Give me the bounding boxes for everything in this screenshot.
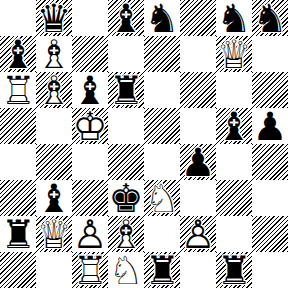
- black-pawn-glyph: ♟: [252, 108, 288, 144]
- piece-black-knight[interactable]: ♞: [144, 0, 180, 36]
- square-d5[interactable]: [108, 108, 144, 144]
- square-d2[interactable]: ♝♗: [108, 216, 144, 252]
- white-knight-outline: ♘: [144, 180, 180, 216]
- square-g8[interactable]: ♞: [216, 0, 252, 36]
- piece-black-bishop[interactable]: ♝: [36, 180, 72, 216]
- white-knight-outline: ♘: [108, 252, 144, 288]
- black-bishop-glyph: ♝: [36, 180, 72, 216]
- square-b1[interactable]: [36, 252, 72, 288]
- square-g3[interactable]: [216, 180, 252, 216]
- piece-white-bishop[interactable]: ♝♗: [36, 72, 72, 108]
- square-c1[interactable]: ♜♖: [72, 252, 108, 288]
- piece-black-rook[interactable]: ♜: [108, 72, 144, 108]
- square-h7[interactable]: [252, 36, 288, 72]
- square-f1[interactable]: [180, 252, 216, 288]
- black-rook-glyph: ♜: [144, 252, 180, 288]
- white-bishop-outline: ♗: [36, 72, 72, 108]
- piece-white-rook[interactable]: ♜♖: [72, 252, 108, 288]
- square-d8[interactable]: ♝: [108, 0, 144, 36]
- square-f6[interactable]: [180, 72, 216, 108]
- square-b5[interactable]: [36, 108, 72, 144]
- square-e1[interactable]: ♜: [144, 252, 180, 288]
- square-g5[interactable]: ♝: [216, 108, 252, 144]
- square-h6[interactable]: [252, 72, 288, 108]
- piece-white-bishop[interactable]: ♝♗: [108, 216, 144, 252]
- square-f4[interactable]: ♟: [180, 144, 216, 180]
- white-pawn-outline: ♙: [72, 216, 108, 252]
- black-rook-glyph: ♜: [0, 216, 36, 252]
- square-h2[interactable]: [252, 216, 288, 252]
- black-knight-glyph: ♞: [216, 0, 252, 36]
- square-f2[interactable]: ♟♙: [180, 216, 216, 252]
- square-a5[interactable]: [0, 108, 36, 144]
- square-f5[interactable]: [180, 108, 216, 144]
- black-bishop-glyph: ♝: [216, 108, 252, 144]
- square-b4[interactable]: [36, 144, 72, 180]
- square-b3[interactable]: ♝: [36, 180, 72, 216]
- piece-black-pawn[interactable]: ♟: [252, 108, 288, 144]
- square-g7[interactable]: ♛♕: [216, 36, 252, 72]
- square-e3[interactable]: ♞♘: [144, 180, 180, 216]
- piece-black-pawn[interactable]: ♟: [180, 144, 216, 180]
- square-d1[interactable]: ♞♘: [108, 252, 144, 288]
- white-bishop-outline: ♗: [36, 36, 72, 72]
- white-queen-outline: ♕: [36, 216, 72, 252]
- square-g1[interactable]: ♜: [216, 252, 252, 288]
- black-pawn-glyph: ♟: [180, 144, 216, 180]
- square-d6[interactable]: ♜: [108, 72, 144, 108]
- square-a8[interactable]: [0, 0, 36, 36]
- square-b8[interactable]: ♛: [36, 0, 72, 36]
- white-pawn-outline: ♙: [180, 216, 216, 252]
- square-a6[interactable]: ♜♖: [0, 72, 36, 108]
- square-d4[interactable]: [108, 144, 144, 180]
- piece-white-bishop[interactable]: ♝♗: [36, 36, 72, 72]
- square-a3[interactable]: [0, 180, 36, 216]
- piece-black-bishop[interactable]: ♝: [0, 36, 36, 72]
- white-rook-outline: ♖: [0, 72, 36, 108]
- black-bishop-glyph: ♝: [108, 0, 144, 36]
- piece-white-queen[interactable]: ♛♕: [36, 216, 72, 252]
- piece-black-rook[interactable]: ♜: [216, 252, 252, 288]
- square-f3[interactable]: [180, 180, 216, 216]
- piece-white-queen[interactable]: ♛♕: [216, 36, 252, 72]
- square-a7[interactable]: ♝: [0, 36, 36, 72]
- square-a1[interactable]: [0, 252, 36, 288]
- piece-white-pawn[interactable]: ♟♙: [72, 216, 108, 252]
- square-a4[interactable]: [0, 144, 36, 180]
- square-c2[interactable]: ♟♙: [72, 216, 108, 252]
- piece-white-king[interactable]: ♚♔: [72, 108, 108, 144]
- square-b7[interactable]: ♝♗: [36, 36, 72, 72]
- piece-white-knight[interactable]: ♞♘: [108, 252, 144, 288]
- square-h1[interactable]: [252, 252, 288, 288]
- black-bishop-glyph: ♝: [0, 36, 36, 72]
- square-c3[interactable]: [72, 180, 108, 216]
- square-e5[interactable]: [144, 108, 180, 144]
- square-a2[interactable]: ♜: [0, 216, 36, 252]
- piece-black-bishop[interactable]: ♝: [108, 0, 144, 36]
- square-e4[interactable]: [144, 144, 180, 180]
- square-c4[interactable]: [72, 144, 108, 180]
- piece-black-king[interactable]: ♚: [108, 180, 144, 216]
- black-rook-glyph: ♜: [108, 72, 144, 108]
- piece-white-pawn[interactable]: ♟♙: [180, 216, 216, 252]
- white-queen-outline: ♕: [216, 36, 252, 72]
- black-knight-glyph: ♞: [144, 0, 180, 36]
- square-b2[interactable]: ♛♕: [36, 216, 72, 252]
- piece-black-rook[interactable]: ♜: [0, 216, 36, 252]
- square-g6[interactable]: [216, 72, 252, 108]
- square-e2[interactable]: [144, 216, 180, 252]
- square-h4[interactable]: [252, 144, 288, 180]
- black-knight-glyph: ♞: [252, 0, 288, 36]
- white-king-outline: ♔: [72, 108, 108, 144]
- piece-black-knight[interactable]: ♞: [216, 0, 252, 36]
- white-bishop-outline: ♗: [108, 216, 144, 252]
- square-h3[interactable]: [252, 180, 288, 216]
- piece-black-knight[interactable]: ♞: [252, 0, 288, 36]
- piece-black-rook[interactable]: ♜: [144, 252, 180, 288]
- black-rook-glyph: ♜: [216, 252, 252, 288]
- square-c7[interactable]: [72, 36, 108, 72]
- square-h5[interactable]: ♟: [252, 108, 288, 144]
- square-h8[interactable]: ♞: [252, 0, 288, 36]
- square-c5[interactable]: ♚♔: [72, 108, 108, 144]
- square-f7[interactable]: [180, 36, 216, 72]
- square-g2[interactable]: [216, 216, 252, 252]
- square-g4[interactable]: [216, 144, 252, 180]
- square-d7[interactable]: [108, 36, 144, 72]
- square-b6[interactable]: ♝♗: [36, 72, 72, 108]
- square-d3[interactable]: ♚: [108, 180, 144, 216]
- piece-black-queen[interactable]: ♛: [36, 0, 72, 36]
- white-rook-outline: ♖: [72, 252, 108, 288]
- black-bishop-glyph: ♝: [72, 72, 108, 108]
- square-c8[interactable]: [72, 0, 108, 36]
- black-king-glyph: ♚: [108, 180, 144, 216]
- piece-black-bishop[interactable]: ♝: [72, 72, 108, 108]
- square-e7[interactable]: [144, 36, 180, 72]
- square-f8[interactable]: [180, 0, 216, 36]
- piece-white-knight[interactable]: ♞♘: [144, 180, 180, 216]
- black-queen-glyph: ♛: [36, 0, 72, 36]
- square-e6[interactable]: [144, 72, 180, 108]
- piece-black-bishop[interactable]: ♝: [216, 108, 252, 144]
- chess-board: ♛♝♞♞♞♝♝♗♛♕♜♖♝♗♝♜♚♔♝♟♟♝♚♞♘♜♛♕♟♙♝♗♟♙♜♖♞♘♜♜: [0, 0, 288, 288]
- square-c6[interactable]: ♝: [72, 72, 108, 108]
- piece-white-rook[interactable]: ♜♖: [0, 72, 36, 108]
- square-e8[interactable]: ♞: [144, 0, 180, 36]
